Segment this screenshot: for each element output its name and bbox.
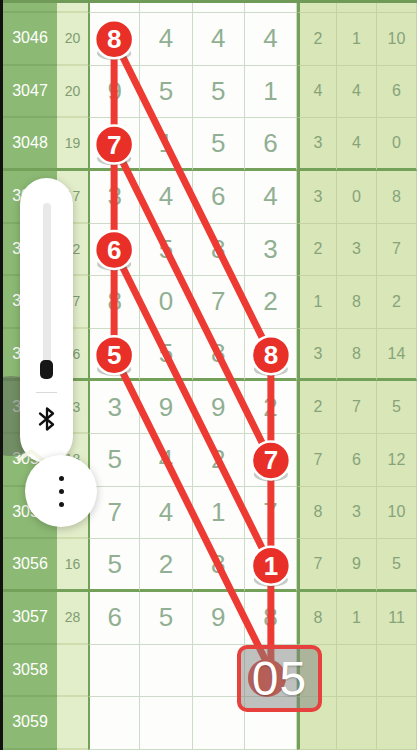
digit-cell: 9 (140, 381, 192, 434)
digit-cell (140, 645, 192, 698)
sum-cell: 20 (57, 13, 88, 66)
period-cell: 3059 (3, 697, 57, 750)
stat-cell: 4 (337, 118, 377, 171)
kebab-dot (59, 476, 64, 481)
bluetooth-icon[interactable] (36, 406, 58, 432)
stat-cell: 7 (377, 224, 417, 277)
stat-cell (337, 645, 377, 698)
stat-cell: 12 (377, 434, 417, 487)
digit-cell: 1 (140, 118, 192, 171)
digit-cell: 8 (245, 592, 297, 645)
stat-cell (337, 697, 377, 750)
left-edge-strip (0, 0, 3, 750)
stat-cell: 1 (337, 592, 377, 645)
digit-cell: 2 (245, 381, 297, 434)
digit-cell: 3 (245, 224, 297, 277)
stat-cell (377, 645, 417, 698)
period-cell: 3046 (3, 13, 57, 66)
lottery-trend-screen: 3046208444211030472095514463048197156340… (0, 0, 417, 750)
digit-cell: 7 (88, 118, 140, 171)
stat-cell: 7 (297, 434, 337, 487)
digit-cell: 8 (88, 276, 140, 329)
digit-cell: 9 (193, 592, 245, 645)
sum-cell (57, 697, 88, 750)
digit-cell: 5 (140, 66, 192, 119)
stat-cell: 3 (337, 224, 377, 277)
kebab-dot (59, 489, 64, 494)
sum-cell (57, 645, 88, 698)
digit-cell: 5 (88, 329, 140, 382)
stat-cell: 8 (297, 592, 337, 645)
period-cell: 3047 (3, 66, 57, 119)
period-cell: 3058 (3, 645, 57, 698)
stat-cell: 4 (337, 66, 377, 119)
digit-cell: 9 (193, 381, 245, 434)
stat-cell: 7 (297, 539, 337, 592)
period-cell: 3048 (3, 118, 57, 171)
stat-cell: 1 (297, 276, 337, 329)
stat-cell: 8 (337, 276, 377, 329)
digit-cell: 2 (140, 539, 192, 592)
stat-cell: 10 (377, 13, 417, 66)
digit-cell: 3 (88, 171, 140, 224)
stat-cell: 5 (377, 381, 417, 434)
digit-cell: 8 (193, 539, 245, 592)
slider-track[interactable] (43, 203, 51, 377)
digit-cell: 5 (193, 118, 245, 171)
digit-cell: 8 (193, 224, 245, 277)
stat-cell: 9 (337, 539, 377, 592)
digit-cell: 5 (140, 329, 192, 382)
slider-thumb[interactable] (40, 360, 53, 379)
digit-cell: 8 (245, 329, 297, 382)
digit-cell: 6 (245, 118, 297, 171)
period-cell: 3057 (3, 592, 57, 645)
digit-cell: 4 (245, 171, 297, 224)
stat-cell: 4 (297, 66, 337, 119)
digit-cell: 0 (140, 276, 192, 329)
digit-cell: 4 (140, 171, 192, 224)
latest-result-marker: 05 (237, 645, 322, 712)
digit-cell: 1 (193, 487, 245, 540)
digit-cell: 4 (140, 434, 192, 487)
digit-cell: 8 (88, 13, 140, 66)
digit-cell: 8 (193, 329, 245, 382)
stat-cell: 3 (297, 329, 337, 382)
digit-cell (140, 697, 192, 750)
stat-cell: 8 (377, 171, 417, 224)
digit-cell: 5 (140, 224, 192, 277)
digit-cell (88, 645, 140, 698)
digit-cell: 4 (193, 13, 245, 66)
more-options-button[interactable] (25, 455, 97, 527)
digit-cell: 5 (140, 592, 192, 645)
digit-cell: 5 (88, 434, 140, 487)
top-grid-line (0, 0, 417, 3)
period-cell: 3056 (3, 539, 57, 592)
digit-cell: 6 (193, 171, 245, 224)
stat-cell: 0 (337, 171, 377, 224)
digit-cell: 4 (245, 13, 297, 66)
stat-cell: 11 (377, 592, 417, 645)
digit-cell: 6 (88, 224, 140, 277)
stat-cell: 5 (377, 539, 417, 592)
digit-cell: 2 (193, 434, 245, 487)
stat-cell: 6 (377, 66, 417, 119)
stat-cell: 3 (297, 118, 337, 171)
digit-cell: 4 (140, 13, 192, 66)
sum-cell: 20 (57, 66, 88, 119)
stat-cell: 2 (297, 224, 337, 277)
digit-cell: 7 (245, 487, 297, 540)
stat-cell: 7 (337, 381, 377, 434)
stat-cell: 8 (337, 329, 377, 382)
digit-cell: 6 (88, 592, 140, 645)
digit-cell (88, 697, 140, 750)
control-pill (20, 178, 73, 463)
digit-cell: 4 (140, 487, 192, 540)
kebab-dot (59, 502, 64, 507)
pill-divider (36, 392, 57, 393)
stat-cell: 2 (297, 13, 337, 66)
stat-cell: 2 (297, 381, 337, 434)
digit-cell: 9 (88, 66, 140, 119)
stat-cell: 1 (337, 13, 377, 66)
stat-cell: 3 (297, 171, 337, 224)
digit-cell: 5 (193, 66, 245, 119)
digit-cell: 2 (245, 276, 297, 329)
stat-cell: 8 (297, 487, 337, 540)
latest-result-value: 05 (252, 651, 307, 706)
digit-cell: 3 (88, 381, 140, 434)
stat-cell: 10 (377, 487, 417, 540)
digit-cell: 1 (245, 539, 297, 592)
sum-cell: 16 (57, 539, 88, 592)
stat-cell: 3 (337, 487, 377, 540)
digit-cell: 7 (245, 434, 297, 487)
digit-cell: 1 (245, 66, 297, 119)
sum-cell: 19 (57, 118, 88, 171)
stat-cell: 2 (377, 276, 417, 329)
digit-cell: 5 (88, 539, 140, 592)
sum-cell: 28 (57, 592, 88, 645)
stat-cell: 0 (377, 118, 417, 171)
digit-cell: 7 (193, 276, 245, 329)
stat-cell (377, 697, 417, 750)
stat-cell: 14 (377, 329, 417, 382)
stat-cell: 6 (337, 434, 377, 487)
